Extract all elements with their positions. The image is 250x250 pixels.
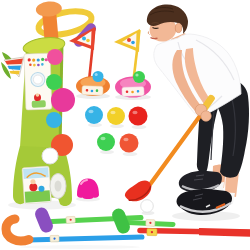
club-b-sticker bbox=[50, 235, 59, 242]
scene-canvas bbox=[0, 0, 250, 250]
ball-red bbox=[129, 107, 148, 126]
pink-dome bbox=[77, 179, 99, 200]
boy-hand-lower bbox=[201, 111, 211, 121]
club-a-sticker bbox=[66, 216, 75, 223]
boy-ear bbox=[175, 23, 181, 32]
track-ball-blue bbox=[46, 112, 62, 128]
club-b-head bbox=[6, 219, 29, 241]
club-d-sticker bbox=[147, 229, 157, 236]
caddy-wheel-hub bbox=[55, 181, 62, 192]
ball-blue bbox=[85, 106, 103, 124]
ball-yellow bbox=[107, 107, 125, 125]
track-ball-pink bbox=[47, 49, 63, 65]
upside-down-pink-cup bbox=[76, 179, 100, 202]
product-photo-toy-golf-set bbox=[0, 0, 250, 250]
track-ball-white bbox=[42, 148, 58, 164]
cup2-sticker bbox=[122, 87, 144, 97]
golf-caddy-cart bbox=[1, 0, 98, 209]
club-d-handle bbox=[199, 228, 250, 237]
putting-cup-pink-with-flag bbox=[114, 29, 151, 100]
ball-blue-on-cup1 bbox=[93, 71, 104, 82]
club-red-long bbox=[140, 228, 250, 237]
putting-cup-orange-with-flag bbox=[69, 27, 110, 99]
loose-balls-cluster bbox=[85, 106, 148, 156]
caddy-lower-sticker bbox=[22, 166, 51, 204]
cup1-sticker bbox=[82, 86, 103, 96]
club-b-shaft bbox=[28, 237, 142, 240]
club-c-sticker bbox=[146, 220, 155, 227]
ball-orange bbox=[120, 134, 139, 153]
ball-green-on-cup2 bbox=[133, 71, 145, 83]
track-disc-magenta bbox=[51, 88, 75, 112]
ball-green bbox=[97, 133, 115, 151]
ball-white-in-play bbox=[141, 200, 154, 213]
boy-front-sneaker bbox=[177, 189, 233, 215]
track-ball-green bbox=[46, 74, 62, 90]
